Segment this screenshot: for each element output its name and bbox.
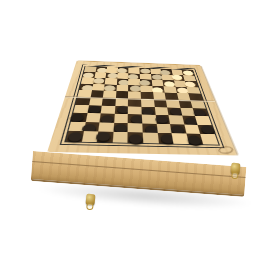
board-grid: ●●●●●●●●●●●●●●●●●●●●●●●●●●●●●●●●●●●●●●●● [66, 66, 219, 144]
piece-dark-man: ● [199, 124, 216, 134]
brass-latch-left [86, 194, 96, 206]
square [195, 116, 211, 125]
piece-dark-man: ● [95, 131, 111, 142]
inner-border-line: ●●●●●●●●●●●●●●●●●●●●●●●●●●●●●●●●●●●●●●●● [64, 66, 220, 146]
square [114, 114, 128, 123]
piece-dark-man: ● [128, 133, 143, 144]
square [142, 115, 156, 124]
brass-latch-right [231, 163, 241, 175]
piece-light-man: ● [171, 74, 183, 80]
piece-dark-man: ● [69, 112, 85, 121]
square [143, 133, 159, 144]
square: ● [113, 123, 128, 133]
square [128, 123, 143, 133]
box-seam-line [32, 161, 245, 178]
piece-dark-man: ● [155, 114, 170, 123]
square [85, 113, 101, 122]
piece-light-man: ● [92, 77, 105, 83]
square [81, 131, 98, 142]
square: ● [97, 132, 113, 143]
product-photo: ●●●●●●●●●●●●●●●●●●●●●●●●●●●●●●●●●●●●●●●● [0, 0, 265, 265]
draughts-board: ●●●●●●●●●●●●●●●●●●●●●●●●●●●●●●●●●●●●●●●● [47, 61, 237, 155]
square: ● [128, 114, 142, 123]
outer-border-line: ●●●●●●●●●●●●●●●●●●●●●●●●●●●●●●●●●●●●●●●● [60, 65, 225, 149]
square [98, 122, 114, 132]
square [201, 134, 219, 145]
square: ● [83, 122, 99, 132]
square: ● [128, 132, 143, 143]
brand-stamp [216, 145, 235, 155]
square: ● [100, 114, 115, 123]
square [113, 132, 129, 143]
square: ● [142, 123, 157, 133]
piece-dark-man: ● [170, 124, 186, 134]
piece-dark-man: ● [113, 122, 128, 132]
square: ● [198, 125, 215, 135]
board-perspective-wrap: ●●●●●●●●●●●●●●●●●●●●●●●●●●●●●●●●●●●●●●●● [47, 61, 237, 155]
